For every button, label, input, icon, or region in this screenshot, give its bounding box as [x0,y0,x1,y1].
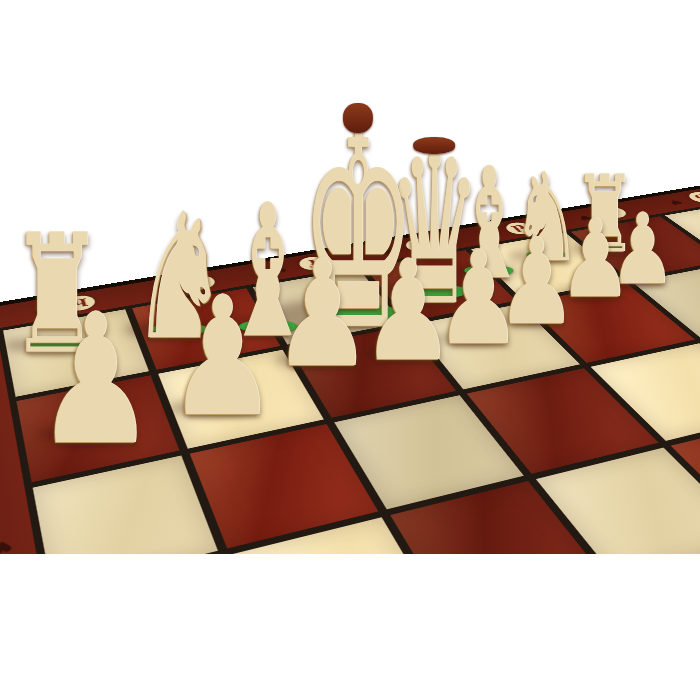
piece-shadow [124,321,214,338]
felt-base [401,284,468,299]
felt-base [587,244,621,251]
felt-base [31,339,83,350]
felt-base [627,275,658,282]
piece-white-pawn: ♟ [544,187,647,295]
queen-glyph: ♛ [384,125,483,334]
felt-base [314,304,402,323]
felt-base [526,250,565,259]
felt-base [386,348,430,358]
piece-shadow [367,281,476,302]
chessboard-photo: ♥h♥g♥f♥e♥d♥c♥b♥a 1♥2♥3♥4♥5♥6♥7♥8♥ ♥♥♥♥♥♥… [0,0,700,554]
piece-white-rook: ♜ [0,185,135,349]
knight-glyph: ♞ [510,156,582,279]
photo-background: { "game": "chess", "scene": { "type": "p… [0,0,700,700]
pawn-glyph: ♟ [432,234,524,363]
piece-shadow [611,275,662,285]
piece-white-bishop: ♝ [416,121,562,275]
piece-white-rook: ♜ [554,144,655,250]
pawn-glyph: ♟ [557,205,634,313]
pawn-glyph: ♟ [495,223,580,342]
pieces-layer: ♜♞♝♟♟♛♚♟♝♞♟♜♟♟♟♟ [0,0,700,554]
piece-shadow [37,425,131,443]
pawn-glyph: ♟ [608,200,678,298]
piece-white-pawn: ♟ [10,259,181,439]
felt-base [518,315,556,323]
piece-white-pawn: ♟ [417,212,540,341]
king-glyph: ♚ [297,95,419,369]
piece-white-knight: ♞ [488,135,605,258]
piece-white-queen: ♛ [335,89,534,298]
piece-shadow [439,264,519,279]
piece-shadow [169,400,255,417]
piece-white-pawn: ♟ [144,247,301,412]
amber-finial [343,103,373,133]
piece-white-pawn: ♟ [480,203,593,322]
felt-base [152,323,208,335]
pawn-glyph: ♟ [358,242,457,381]
felt-base [196,401,249,413]
piece-shadow [270,299,412,326]
pawn-glyph: ♟ [31,290,159,470]
knight-glyph: ♞ [129,190,231,364]
piece-shadow [436,332,503,345]
felt-base [239,320,298,333]
piece-shadow [363,347,435,361]
piece-shadow [499,314,561,326]
pawn-glyph: ♟ [163,275,281,440]
rook-glyph: ♜ [6,213,109,377]
bishop-glyph: ♝ [220,180,316,363]
felt-base [464,265,513,276]
felt-base [578,288,613,296]
felt-base [457,333,498,342]
felt-base [298,354,345,364]
piece-shadow [560,288,616,299]
piece-white-pawn: ♟ [252,215,393,363]
bishop-glyph: ♝ [449,147,529,301]
piece-shadow [209,318,304,336]
piece-white-pawn: ♟ [342,218,474,357]
felt-base [66,427,124,440]
piece-shadow [274,352,351,367]
piece-white-bishop: ♝ [181,149,355,332]
piece-shadow [570,243,625,254]
amber-finial [413,137,455,154]
piece-shadow [506,250,570,262]
piece-shadow [4,337,89,353]
piece-white-pawn: ♟ [596,183,689,281]
rook-glyph: ♜ [571,162,637,268]
piece-white-king: ♚ [228,48,488,322]
pawn-glyph: ♟ [269,240,374,388]
piece-white-knight: ♞ [97,160,262,334]
